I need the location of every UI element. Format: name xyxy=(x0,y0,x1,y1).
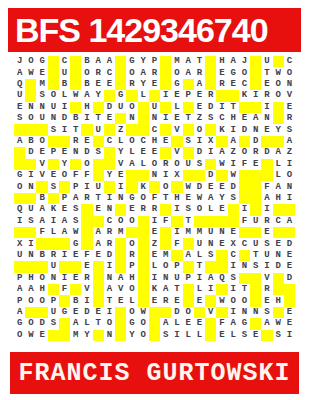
grid-cell-blocked xyxy=(250,67,261,78)
grid-cell-blocked xyxy=(250,227,261,238)
grid-cell-blocked xyxy=(70,67,81,78)
grid-cell-letter: L xyxy=(59,90,70,101)
grid-cell-letter: Q xyxy=(216,273,227,284)
grid-cell-blocked xyxy=(261,159,272,170)
grid-cell-letter: O xyxy=(126,284,137,295)
grid-cell-letter: D xyxy=(59,113,70,124)
grid-cell-letter: E xyxy=(239,113,250,124)
grid-cell-letter: G xyxy=(115,90,126,101)
grid-cell-letter: D xyxy=(284,238,295,249)
grid-cell-letter: S xyxy=(284,124,295,135)
grid-cell-letter: E xyxy=(261,124,272,135)
grid-cell-letter: W xyxy=(183,181,194,192)
grid-cell-letter: B xyxy=(36,193,47,204)
grid-cell-letter: U xyxy=(261,250,272,261)
grid-cell-blocked xyxy=(273,113,284,124)
grid-cell-letter: E xyxy=(216,330,227,341)
grid-cell-letter: O xyxy=(25,295,36,306)
grid-cell-letter: A xyxy=(81,90,92,101)
grid-cell-letter: O xyxy=(36,273,47,284)
grid-cell-letter: U xyxy=(59,67,70,78)
grid-cell-letter: R xyxy=(250,147,261,158)
grid-cell-letter: P xyxy=(48,295,59,306)
grid-cell-letter: O xyxy=(126,102,137,113)
grid-cell-letter: E xyxy=(194,102,205,113)
grid-cell-blocked xyxy=(93,261,104,272)
grid-cell-blocked xyxy=(14,193,25,204)
grid-cell-letter: X xyxy=(14,238,25,249)
grid-cell-letter: E xyxy=(149,295,160,306)
grid-cell-letter: B xyxy=(81,56,92,67)
grid-cell-letter: R xyxy=(93,67,104,78)
grid-cell-letter: N xyxy=(115,193,126,204)
grid-cell-blocked xyxy=(273,204,284,215)
grid-cell-letter: U xyxy=(149,102,160,113)
grid-cell-letter: I xyxy=(59,124,70,135)
grid-cell-letter: R xyxy=(138,204,149,215)
grid-cell-blocked xyxy=(250,79,261,90)
grid-cell-letter: I xyxy=(25,170,36,181)
grid-cell-letter: J xyxy=(14,56,25,67)
grid-cell-letter: E xyxy=(70,307,81,318)
grid-cell-letter: R xyxy=(126,79,137,90)
grid-cell-blocked xyxy=(216,216,227,227)
grid-cell-letter: M xyxy=(115,227,126,238)
grid-cell-letter: I xyxy=(160,90,171,101)
grid-cell-letter: C xyxy=(239,79,250,90)
grid-cell-blocked xyxy=(216,250,227,261)
grid-cell-letter: E xyxy=(228,79,239,90)
grid-cell-blocked xyxy=(160,204,171,215)
grid-cell-letter: E xyxy=(261,295,272,306)
grid-cell-letter: U xyxy=(93,124,104,135)
grid-cell-letter: O xyxy=(239,67,250,78)
grid-cell-letter: D xyxy=(25,147,36,158)
grid-cell-letter: N xyxy=(48,273,59,284)
grid-cell-blocked xyxy=(183,261,194,272)
grid-cell-letter: O xyxy=(228,295,239,306)
grid-cell-letter: I xyxy=(160,170,171,181)
grid-cell-letter: D xyxy=(273,261,284,272)
grid-cell-letter: I xyxy=(14,216,25,227)
grid-cell-letter: D xyxy=(171,307,182,318)
grid-cell-blocked xyxy=(194,216,205,227)
grid-cell-blocked xyxy=(239,227,250,238)
grid-cell-letter: B xyxy=(36,250,47,261)
grid-cell-blocked xyxy=(183,102,194,113)
grid-cell-letter: A xyxy=(104,56,115,67)
grid-cell-letter: A xyxy=(93,56,104,67)
grid-cell-letter: B xyxy=(70,113,81,124)
grid-cell-blocked xyxy=(25,261,36,272)
grid-cell-blocked xyxy=(284,227,295,238)
grid-cell-letter: O xyxy=(25,56,36,67)
grid-cell-letter: L xyxy=(126,147,137,158)
grid-cell-blocked xyxy=(216,307,227,318)
grid-cell-letter: E xyxy=(104,79,115,90)
grid-cell-letter: H xyxy=(273,295,284,306)
grid-cell-letter: S xyxy=(228,193,239,204)
grid-cell-letter: S xyxy=(194,159,205,170)
grid-cell-letter: U xyxy=(194,238,205,249)
grid-cell-letter: V xyxy=(115,284,126,295)
grid-cell-letter: E xyxy=(183,193,194,204)
grid-cell-blocked xyxy=(194,307,205,318)
grid-cell-letter: I xyxy=(239,204,250,215)
grid-cell-letter: F xyxy=(239,159,250,170)
grid-cell-blocked xyxy=(250,102,261,113)
grid-cell-letter: D xyxy=(228,181,239,192)
grid-cell-blocked xyxy=(81,227,92,238)
grid-cell-letter: P xyxy=(183,90,194,101)
grid-cell-letter: X xyxy=(171,170,182,181)
grid-cell-letter: A xyxy=(14,284,25,295)
grid-cell-blocked xyxy=(160,238,171,249)
grid-cell-letter: D xyxy=(81,307,92,318)
grid-cell-letter: I xyxy=(194,136,205,147)
grid-cell-letter: R xyxy=(261,90,272,101)
grid-cell-blocked xyxy=(93,159,104,170)
grid-cell-letter: T xyxy=(250,250,261,261)
grid-cell-letter: E xyxy=(284,318,295,329)
grid-cell-blocked xyxy=(93,102,104,113)
grid-cell-letter: N xyxy=(126,113,137,124)
grid-cell-letter: C xyxy=(59,56,70,67)
grid-cell-letter: E xyxy=(261,79,272,90)
grid-cell-blocked xyxy=(93,330,104,341)
grid-cell-letter: L xyxy=(273,159,284,170)
grid-cell-blocked xyxy=(115,238,126,249)
grid-cell-blocked xyxy=(261,330,272,341)
grid-cell-letter: L xyxy=(228,330,239,341)
grid-cell-letter: A xyxy=(160,284,171,295)
grid-cell-letter: Z xyxy=(228,147,239,158)
grid-cell-blocked xyxy=(205,330,216,341)
grid-cell-letter: R xyxy=(160,295,171,306)
grid-cell-blocked xyxy=(48,56,59,67)
grid-cell-letter: Y xyxy=(126,330,137,341)
grid-cell-letter: U xyxy=(183,159,194,170)
grid-cell-letter: Y xyxy=(104,170,115,181)
grid-cell-letter: T xyxy=(194,261,205,272)
grid-cell-blocked xyxy=(70,284,81,295)
grid-cell-letter: W xyxy=(273,67,284,78)
grid-cell-blocked xyxy=(36,181,47,192)
grid-cell-blocked xyxy=(70,56,81,67)
grid-cell-letter: O xyxy=(138,193,149,204)
grid-cell-letter: E xyxy=(81,261,92,272)
grid-cell-letter: N xyxy=(239,307,250,318)
grid-cell-letter: Y xyxy=(138,56,149,67)
grid-cell-blocked xyxy=(216,261,227,272)
grid-cell-letter: G xyxy=(126,56,137,67)
grid-cell-letter: H xyxy=(171,193,182,204)
grid-cell-blocked xyxy=(115,250,126,261)
grid-cell-letter: N xyxy=(239,261,250,272)
grid-cell-letter: S xyxy=(250,261,261,272)
grid-cell-blocked xyxy=(48,330,59,341)
grid-cell-letter: A xyxy=(194,79,205,90)
grid-cell-letter: E xyxy=(284,102,295,113)
grid-cell-letter: W xyxy=(138,307,149,318)
grid-cell-letter: Q xyxy=(14,204,25,215)
grid-cell-letter: L xyxy=(115,136,126,147)
grid-cell-blocked xyxy=(115,56,126,67)
grid-cell-letter: V xyxy=(261,273,272,284)
grid-cell-blocked xyxy=(284,204,295,215)
grid-cell-letter: X xyxy=(205,136,216,147)
grid-cell-blocked xyxy=(273,102,284,113)
grid-cell-letter: L xyxy=(138,159,149,170)
grid-cell-blocked xyxy=(183,147,194,158)
grid-cell-letter: L xyxy=(81,318,92,329)
grid-cell-letter: C xyxy=(104,216,115,227)
author-banner: FRANCIS GURTOWSKI xyxy=(10,352,299,394)
grid-cell-letter: N xyxy=(36,102,47,113)
grid-cell-letter: S xyxy=(273,330,284,341)
grid-cell-letter: I xyxy=(81,181,92,192)
grid-cell-blocked xyxy=(273,56,284,67)
grid-cell-letter: I xyxy=(171,204,182,215)
grid-cell-letter: F xyxy=(81,250,92,261)
grid-cell-letter: E xyxy=(93,79,104,90)
grid-cell-letter: D xyxy=(250,136,261,147)
grid-cell-letter: H xyxy=(273,193,284,204)
grid-cell-letter: I xyxy=(115,181,126,192)
grid-cell-letter: F xyxy=(70,170,81,181)
grid-cell-letter: R xyxy=(149,67,160,78)
grid-cell-blocked xyxy=(239,136,250,147)
grid-cell-blocked xyxy=(70,159,81,170)
grid-cell-letter: S xyxy=(70,216,81,227)
grid-cell-letter: E xyxy=(216,181,227,192)
grid-cell-letter: H xyxy=(228,113,239,124)
grid-cell-letter: N xyxy=(70,147,81,158)
grid-cell-blocked xyxy=(194,170,205,181)
grid-cell-letter: A xyxy=(261,193,272,204)
grid-cell-letter: S xyxy=(239,330,250,341)
grid-cell-letter: O xyxy=(81,67,92,78)
grid-cell-letter: U xyxy=(205,227,216,238)
grid-cell-letter: W xyxy=(25,67,36,78)
grid-cell-letter: O xyxy=(138,330,149,341)
grid-cell-letter: E xyxy=(36,67,47,78)
grid-cell-letter: O xyxy=(183,307,194,318)
grid-cell-letter: H xyxy=(25,273,36,284)
grid-cell-letter: U xyxy=(261,56,272,67)
grid-cell-blocked xyxy=(239,102,250,113)
grid-cell-letter: O xyxy=(160,181,171,192)
grid-cell-blocked xyxy=(205,124,216,135)
grid-cell-blocked xyxy=(216,284,227,295)
grid-cell-letter: K xyxy=(48,204,59,215)
grid-cell-letter: A xyxy=(59,216,70,227)
grid-cell-letter: R xyxy=(104,238,115,249)
grid-cell-blocked xyxy=(250,181,261,192)
grid-cell-letter: U xyxy=(48,261,59,272)
grid-cell-letter: N xyxy=(149,170,160,181)
grid-cell-letter: S xyxy=(70,204,81,215)
grid-cell-blocked xyxy=(183,238,194,249)
grid-cell-letter: E xyxy=(216,238,227,249)
grid-cell-letter: A xyxy=(273,147,284,158)
grid-cell-blocked xyxy=(93,295,104,306)
grid-cell-letter: Z xyxy=(284,147,295,158)
grid-cell-letter: R xyxy=(126,250,137,261)
grid-cell-blocked xyxy=(25,90,36,101)
grid-cell-letter: I xyxy=(149,216,160,227)
grid-cell-letter: E xyxy=(149,227,160,238)
grid-cell-blocked xyxy=(149,330,160,341)
grid-cell-letter: A xyxy=(93,227,104,238)
grid-cell-letter: A xyxy=(25,284,36,295)
grid-cell-letter: M xyxy=(183,227,194,238)
grid-cell-blocked xyxy=(138,295,149,306)
grid-cell-letter: M xyxy=(171,56,182,67)
grid-cell-letter: T xyxy=(183,113,194,124)
grid-cell-letter: L xyxy=(194,250,205,261)
grid-cell-blocked xyxy=(250,193,261,204)
grid-cell-blocked xyxy=(273,284,284,295)
grid-cell-letter: H xyxy=(81,102,92,113)
grid-cell-letter: T xyxy=(171,284,182,295)
grid-cell-letter: I xyxy=(171,330,182,341)
grid-cell-letter: A xyxy=(228,136,239,147)
grid-cell-letter: P xyxy=(70,181,81,192)
grid-cell-blocked xyxy=(138,102,149,113)
grid-cell-letter: E xyxy=(250,330,261,341)
grid-cell-letter: O xyxy=(284,67,295,78)
grid-cell-letter: I xyxy=(228,261,239,272)
grid-cell-blocked xyxy=(59,295,70,306)
grid-cell-letter: L xyxy=(194,330,205,341)
grid-cell-letter: A xyxy=(70,193,81,204)
grid-cell-letter: L xyxy=(273,170,284,181)
grid-cell-blocked xyxy=(81,124,92,135)
grid-cell-letter: Y xyxy=(59,159,70,170)
grid-cell-letter: E xyxy=(138,147,149,158)
grid-cell-blocked xyxy=(138,170,149,181)
grid-cell-letter: H xyxy=(149,136,160,147)
grid-cell-letter: N xyxy=(284,181,295,192)
grid-cell-letter: G xyxy=(14,318,25,329)
grid-cell-letter: O xyxy=(126,216,137,227)
grid-cell-letter: L xyxy=(171,102,182,113)
grid-cell-blocked xyxy=(205,261,216,272)
grid-cell-blocked xyxy=(171,250,182,261)
grid-cell-blocked xyxy=(171,136,182,147)
grid-cell-letter: O xyxy=(273,90,284,101)
grid-cell-blocked xyxy=(115,330,126,341)
grid-cell-blocked xyxy=(261,170,272,181)
grid-cell-letter: D xyxy=(194,181,205,192)
grid-cell-blocked xyxy=(160,147,171,158)
grid-cell-letter: D xyxy=(81,147,92,158)
grid-cell-letter: K xyxy=(216,124,227,135)
grid-cell-letter: G xyxy=(59,307,70,318)
grid-cell-letter: S xyxy=(261,238,272,249)
grid-cell-letter: A xyxy=(205,273,216,284)
grid-cell-blocked xyxy=(216,136,227,147)
grid-cell-letter: N xyxy=(25,181,36,192)
grid-cell-letter: L xyxy=(48,227,59,238)
grid-cell-blocked xyxy=(59,261,70,272)
grid-cell-letter: S xyxy=(48,124,59,135)
grid-cell-blocked xyxy=(284,284,295,295)
grid-cell-letter: U xyxy=(93,181,104,192)
grid-cell-letter: S xyxy=(93,147,104,158)
grid-cell-letter: O xyxy=(194,204,205,215)
grid-cell-letter: P xyxy=(183,273,194,284)
grid-cell-letter: S xyxy=(160,330,171,341)
grid-cell-blocked xyxy=(115,307,126,318)
grid-cell-letter: W xyxy=(273,318,284,329)
grid-cell-letter: A xyxy=(261,318,272,329)
grid-cell-blocked xyxy=(104,147,115,158)
grid-cell-blocked xyxy=(239,273,250,284)
grid-cell-blocked xyxy=(115,261,126,272)
grid-cell-letter: E xyxy=(284,250,295,261)
grid-cell-letter: E xyxy=(284,261,295,272)
grid-cell-letter: G xyxy=(126,318,137,329)
grid-cell-blocked xyxy=(250,204,261,215)
grid-cell-letter: S xyxy=(48,318,59,329)
grid-cell-blocked xyxy=(250,273,261,284)
grid-cell-letter: I xyxy=(261,261,272,272)
grid-cell-letter: F xyxy=(160,216,171,227)
grid-cell-letter: W xyxy=(25,330,36,341)
grid-cell-blocked xyxy=(25,227,36,238)
grid-cell-blocked xyxy=(138,284,149,295)
grid-cell-letter: D xyxy=(284,273,295,284)
grid-cell-letter: W xyxy=(70,227,81,238)
grid-cell-letter: A xyxy=(183,67,194,78)
grid-cell-blocked xyxy=(115,67,126,78)
grid-cell-blocked xyxy=(14,261,25,272)
grid-cell-letter: A xyxy=(115,273,126,284)
grid-cell-letter: U xyxy=(14,250,25,261)
grid-cell-letter: V xyxy=(81,284,92,295)
grid-cell-letter: L xyxy=(126,295,137,306)
grid-cell-letter: A xyxy=(284,136,295,147)
grid-cell-blocked xyxy=(138,227,149,238)
grid-cell-letter: F xyxy=(149,193,160,204)
grid-cell-letter: E xyxy=(171,295,182,306)
grid-cell-letter: Y xyxy=(273,124,284,135)
grid-cell-blocked xyxy=(160,102,171,113)
grid-cell-letter: M xyxy=(160,250,171,261)
grid-cell-letter: H xyxy=(126,273,137,284)
grid-cell-letter: L xyxy=(138,90,149,101)
grid-cell-blocked xyxy=(160,56,171,67)
grid-cell-blocked xyxy=(216,170,227,181)
grid-cell-blocked xyxy=(228,216,239,227)
grid-cell-blocked xyxy=(205,318,216,329)
grid-cell-blocked xyxy=(273,307,284,318)
grid-cell-letter: Y xyxy=(115,147,126,158)
grid-cell-letter: T xyxy=(93,113,104,124)
grid-cell-blocked xyxy=(284,295,295,306)
grid-cell-letter: O xyxy=(126,67,137,78)
grid-cell-letter: G xyxy=(70,238,81,249)
grid-cell-letter: L xyxy=(183,330,194,341)
grid-cell-letter: Y xyxy=(93,90,104,101)
grid-cell-letter: P xyxy=(171,261,182,272)
grid-cell-blocked xyxy=(115,204,126,215)
grid-cell-letter: F xyxy=(216,318,227,329)
grid-cell-letter: D xyxy=(36,318,47,329)
grid-cell-blocked xyxy=(48,193,59,204)
